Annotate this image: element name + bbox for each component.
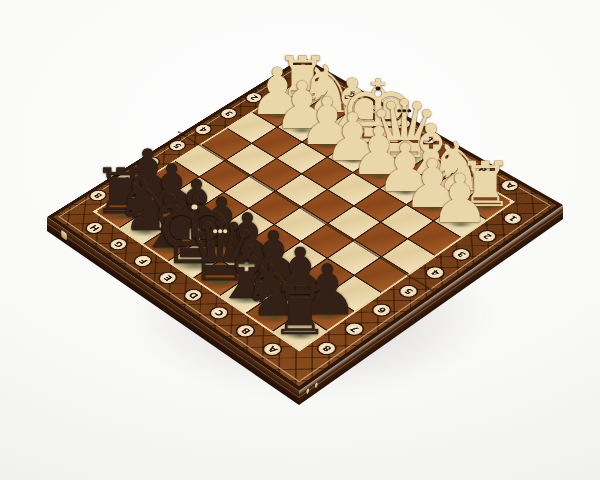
chess-set-photo: AABBCCDDEEFFGGHH1122334455667788 ♜♞♟♝♟♚♟… <box>0 0 600 480</box>
rook-icon: ♜ <box>270 279 328 344</box>
pieces-layer: ♜♞♟♝♟♚♟♛♟♝♟♞♟♟♜♟♟♜♟♟♞♟♝♟♚♟♛♟♝♟♞♜ <box>0 0 600 480</box>
pawn-icon: ♟ <box>430 167 490 234</box>
